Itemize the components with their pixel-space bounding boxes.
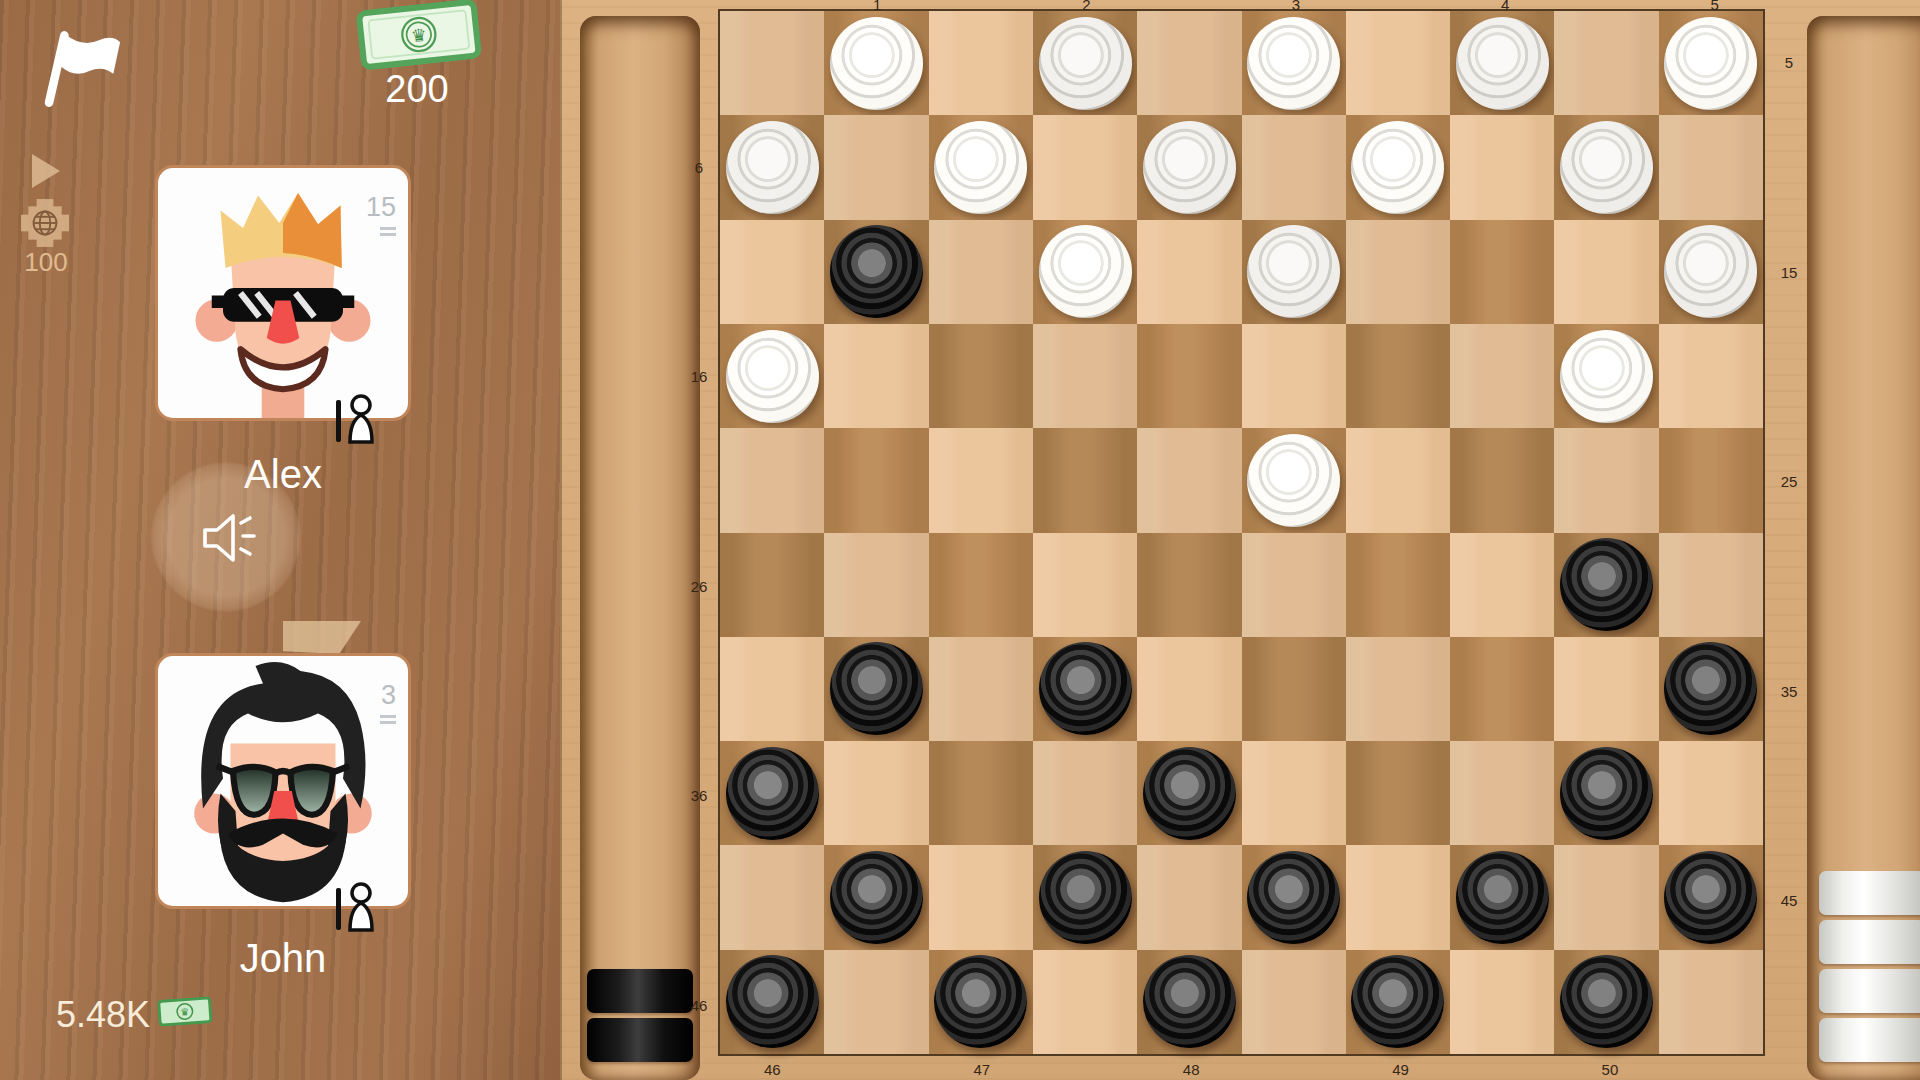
square-42[interactable] xyxy=(1033,845,1137,949)
light-square xyxy=(1659,741,1763,845)
square-35[interactable] xyxy=(1659,637,1763,741)
black-man-square-47[interactable] xyxy=(934,955,1027,1048)
square-18[interactable] xyxy=(1137,324,1241,428)
black-man-square-11[interactable] xyxy=(830,225,923,318)
light-square xyxy=(1346,220,1450,324)
white-man-square-12[interactable] xyxy=(1039,225,1132,318)
light-square xyxy=(1450,950,1554,1054)
black-man-square-41[interactable] xyxy=(830,851,923,944)
john-badge-count: 3 xyxy=(336,682,396,709)
black-man-square-43[interactable] xyxy=(1247,851,1340,944)
black-man-square-46[interactable] xyxy=(726,955,819,1048)
light-square xyxy=(1137,428,1241,532)
light-square xyxy=(1554,845,1658,949)
light-square xyxy=(720,428,824,532)
light-square xyxy=(824,324,928,428)
light-square xyxy=(1033,950,1137,1054)
white-man-square-20[interactable] xyxy=(1560,330,1653,423)
captured-white-piece xyxy=(1819,1018,1920,1062)
white-man-square-15[interactable] xyxy=(1664,225,1757,318)
square-8[interactable] xyxy=(1137,115,1241,219)
balance-banknote-icon: ♛ xyxy=(157,996,213,1032)
square-49[interactable] xyxy=(1346,950,1450,1054)
square-28[interactable] xyxy=(1137,533,1241,637)
square-44[interactable] xyxy=(1450,845,1554,949)
square-24[interactable] xyxy=(1450,428,1554,532)
coord-left-36: 36 xyxy=(677,788,721,803)
white-man-square-10[interactable] xyxy=(1560,121,1653,214)
black-man-square-40[interactable] xyxy=(1560,747,1653,840)
coord-top-2: 2 xyxy=(1064,0,1108,12)
light-square xyxy=(1033,533,1137,637)
light-square xyxy=(1346,428,1450,532)
black-man-square-49[interactable] xyxy=(1351,955,1444,1048)
light-square xyxy=(1137,11,1241,115)
light-square xyxy=(1554,428,1658,532)
game-screen: ♛ 200 100 xyxy=(0,0,1920,1080)
black-man-square-42[interactable] xyxy=(1039,851,1132,944)
white-man-square-7[interactable] xyxy=(934,121,1027,214)
white-man-square-16[interactable] xyxy=(726,330,819,423)
light-square xyxy=(929,845,1033,949)
coord-right-5: 5 xyxy=(1767,55,1811,70)
light-square xyxy=(1659,950,1763,1054)
light-square xyxy=(1242,324,1346,428)
left-counter: 100 xyxy=(6,247,86,278)
playing-area xyxy=(718,9,1765,1056)
turn-indicator-shape xyxy=(283,621,361,654)
square-7[interactable] xyxy=(929,115,1033,219)
coord-top-3: 3 xyxy=(1274,0,1318,12)
light-square xyxy=(929,220,1033,324)
light-square xyxy=(1242,533,1346,637)
light-square xyxy=(1033,324,1137,428)
bet-banknote-icon: ♛ xyxy=(355,0,483,74)
square-12[interactable] xyxy=(1033,220,1137,324)
light-square xyxy=(929,11,1033,115)
black-man-square-36[interactable] xyxy=(726,747,819,840)
light-square xyxy=(1346,637,1450,741)
white-man-square-23[interactable] xyxy=(1247,434,1340,527)
sound-toggle[interactable] xyxy=(151,462,301,612)
square-15[interactable] xyxy=(1659,220,1763,324)
coord-bottom-48: 48 xyxy=(1169,1062,1213,1077)
sidebar: ♛ 200 100 xyxy=(0,0,560,1080)
coord-left-26: 26 xyxy=(677,579,721,594)
light-square xyxy=(824,533,928,637)
coord-left-6: 6 xyxy=(677,160,721,175)
black-man-square-44[interactable] xyxy=(1456,851,1549,944)
light-square xyxy=(1137,220,1241,324)
white-man-square-5[interactable] xyxy=(1664,17,1757,110)
light-square xyxy=(1242,950,1346,1054)
light-square xyxy=(720,845,824,949)
light-square xyxy=(824,741,928,845)
balance-amount: 5.48K xyxy=(30,994,150,1036)
light-square xyxy=(824,115,928,219)
square-27[interactable] xyxy=(929,533,1033,637)
white-man-square-4[interactable] xyxy=(1456,17,1549,110)
captured-white-piece xyxy=(1819,969,1920,1013)
black-man-square-50[interactable] xyxy=(1560,955,1653,1048)
captured-white-piece xyxy=(1819,920,1920,964)
white-man-square-9[interactable] xyxy=(1351,121,1444,214)
square-50[interactable] xyxy=(1554,950,1658,1054)
svg-text:♛: ♛ xyxy=(410,25,428,47)
square-30[interactable] xyxy=(1554,533,1658,637)
player-name-john: John xyxy=(133,936,433,981)
resign-flag-icon[interactable] xyxy=(26,22,122,106)
white-man-square-13[interactable] xyxy=(1247,225,1340,318)
square-47[interactable] xyxy=(929,950,1033,1054)
black-man-square-45[interactable] xyxy=(1664,851,1757,944)
coord-right-25: 25 xyxy=(1767,474,1811,489)
square-10[interactable] xyxy=(1554,115,1658,219)
board-area: 123454647484950616263646515253545 xyxy=(560,0,1920,1080)
light-square xyxy=(1033,741,1137,845)
square-32[interactable] xyxy=(1033,637,1137,741)
light-square xyxy=(1137,845,1241,949)
square-33[interactable] xyxy=(1242,637,1346,741)
light-square xyxy=(1346,11,1450,115)
square-6[interactable] xyxy=(720,115,824,219)
black-man-square-31[interactable] xyxy=(830,642,923,735)
player-avatar-alex[interactable]: 15 xyxy=(155,165,411,421)
light-square xyxy=(1554,637,1658,741)
square-34[interactable] xyxy=(1450,637,1554,741)
square-26[interactable] xyxy=(720,533,824,637)
coord-bottom-46: 46 xyxy=(750,1062,794,1077)
light-square xyxy=(1242,115,1346,219)
square-11[interactable] xyxy=(824,220,928,324)
bet-amount: 200 xyxy=(356,68,478,111)
square-39[interactable] xyxy=(1346,741,1450,845)
light-square xyxy=(1659,324,1763,428)
square-29[interactable] xyxy=(1346,533,1450,637)
light-square xyxy=(1450,115,1554,219)
coord-bottom-49: 49 xyxy=(1379,1062,1423,1077)
square-13[interactable] xyxy=(1242,220,1346,324)
black-man-square-38[interactable] xyxy=(1143,747,1236,840)
black-man-square-48[interactable] xyxy=(1143,955,1236,1048)
captured-white-tray xyxy=(1807,16,1920,1080)
alex-pawn-icon xyxy=(334,390,380,446)
square-3[interactable] xyxy=(1242,11,1346,115)
john-pawn-icon xyxy=(334,878,380,934)
coord-right-45: 45 xyxy=(1767,893,1811,908)
light-square xyxy=(1137,637,1241,741)
square-9[interactable] xyxy=(1346,115,1450,219)
square-16[interactable] xyxy=(720,324,824,428)
white-man-square-2[interactable] xyxy=(1039,17,1132,110)
coord-left-46: 46 xyxy=(677,998,721,1013)
light-square xyxy=(1033,115,1137,219)
square-37[interactable] xyxy=(929,741,1033,845)
black-man-square-35[interactable] xyxy=(1664,642,1757,735)
captured-black-piece xyxy=(587,1018,693,1062)
captured-black-tray xyxy=(580,16,700,1080)
white-man-square-3[interactable] xyxy=(1247,17,1340,110)
board-globe-icon xyxy=(20,198,70,248)
light-square xyxy=(1450,324,1554,428)
light-square xyxy=(1554,220,1658,324)
light-square xyxy=(720,220,824,324)
john-badge-lines xyxy=(336,712,396,724)
square-22[interactable] xyxy=(1033,428,1137,532)
light-square xyxy=(1450,533,1554,637)
square-45[interactable] xyxy=(1659,845,1763,949)
alex-badge-lines xyxy=(336,224,396,236)
coord-bottom-50: 50 xyxy=(1588,1062,1632,1077)
light-square xyxy=(720,11,824,115)
captured-white-piece xyxy=(1819,871,1920,915)
light-square xyxy=(1450,741,1554,845)
light-square xyxy=(929,428,1033,532)
square-25[interactable] xyxy=(1659,428,1763,532)
coord-bottom-47: 47 xyxy=(960,1062,1004,1077)
speaker-icon xyxy=(195,506,257,568)
black-man-square-32[interactable] xyxy=(1039,642,1132,735)
square-5[interactable] xyxy=(1659,11,1763,115)
black-man-square-30[interactable] xyxy=(1560,538,1653,631)
square-20[interactable] xyxy=(1554,324,1658,428)
square-2[interactable] xyxy=(1033,11,1137,115)
light-square xyxy=(720,637,824,741)
square-46[interactable] xyxy=(720,950,824,1054)
coord-right-35: 35 xyxy=(1767,684,1811,699)
white-man-square-1[interactable] xyxy=(830,17,923,110)
coord-top-1: 1 xyxy=(855,0,899,12)
light-square xyxy=(1659,115,1763,219)
player-avatar-john[interactable]: 3 xyxy=(155,653,411,909)
coord-right-15: 15 xyxy=(1767,265,1811,280)
coord-top-4: 4 xyxy=(1483,0,1527,12)
square-23[interactable] xyxy=(1242,428,1346,532)
square-21[interactable] xyxy=(824,428,928,532)
square-19[interactable] xyxy=(1346,324,1450,428)
coord-top-5: 5 xyxy=(1693,0,1737,12)
square-31[interactable] xyxy=(824,637,928,741)
square-36[interactable] xyxy=(720,741,824,845)
light-square xyxy=(929,637,1033,741)
alex-badge-count: 15 xyxy=(336,194,396,221)
play-icon[interactable] xyxy=(32,154,60,188)
white-man-square-8[interactable] xyxy=(1143,121,1236,214)
square-4[interactable] xyxy=(1450,11,1554,115)
square-43[interactable] xyxy=(1242,845,1346,949)
svg-text:♛: ♛ xyxy=(180,1006,190,1018)
square-14[interactable] xyxy=(1450,220,1554,324)
coord-left-16: 16 xyxy=(677,369,721,384)
light-square xyxy=(1659,533,1763,637)
light-square xyxy=(1554,11,1658,115)
square-40[interactable] xyxy=(1554,741,1658,845)
square-1[interactable] xyxy=(824,11,928,115)
white-man-square-6[interactable] xyxy=(726,121,819,214)
light-square xyxy=(824,950,928,1054)
square-48[interactable] xyxy=(1137,950,1241,1054)
square-41[interactable] xyxy=(824,845,928,949)
light-square xyxy=(1242,741,1346,845)
square-17[interactable] xyxy=(929,324,1033,428)
square-38[interactable] xyxy=(1137,741,1241,845)
light-square xyxy=(1346,845,1450,949)
